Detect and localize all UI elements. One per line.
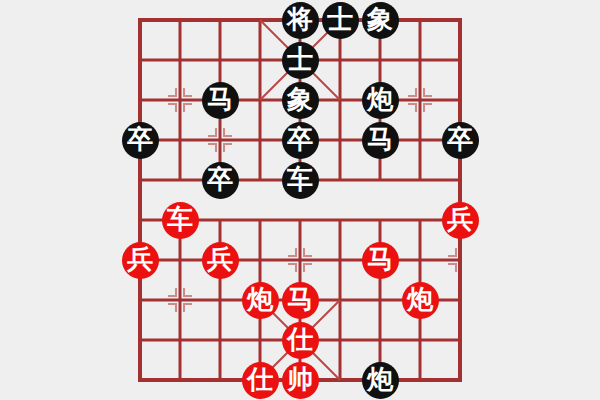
star-point-marker (224, 128, 232, 136)
piece-black-cannon[interactable]: 炮 (362, 82, 399, 119)
star-point-marker (184, 104, 192, 112)
star-point-marker (184, 288, 192, 296)
piece-red-cannon[interactable]: 炮 (402, 282, 439, 319)
piece-red-horse[interactable]: 马 (362, 242, 399, 279)
piece-black-cannon[interactable]: 炮 (362, 362, 399, 399)
piece-black-general[interactable]: 将 (282, 2, 319, 39)
piece-red-soldier[interactable]: 兵 (202, 242, 239, 279)
piece-red-king[interactable]: 帅 (282, 362, 319, 399)
star-point-marker (424, 104, 432, 112)
star-point-marker (408, 104, 416, 112)
star-point-marker (288, 248, 296, 256)
piece-black-soldier[interactable]: 卒 (202, 162, 239, 199)
piece-black-soldier[interactable]: 卒 (442, 122, 479, 159)
piece-black-advisor[interactable]: 士 (322, 2, 359, 39)
piece-red-soldier[interactable]: 兵 (442, 202, 479, 239)
piece-red-cannon[interactable]: 炮 (242, 282, 279, 319)
star-point-marker (448, 264, 456, 272)
piece-black-soldier[interactable]: 卒 (122, 122, 159, 159)
piece-red-advisor[interactable]: 仕 (282, 322, 319, 359)
piece-black-horse[interactable]: 马 (202, 82, 239, 119)
piece-red-advisor[interactable]: 仕 (242, 362, 279, 399)
star-point-marker (168, 88, 176, 96)
star-point-marker (168, 104, 176, 112)
piece-red-horse[interactable]: 马 (282, 282, 319, 319)
piece-black-elephant[interactable]: 象 (282, 82, 319, 119)
piece-black-horse[interactable]: 马 (362, 122, 399, 159)
star-point-marker (408, 88, 416, 96)
star-point-marker (424, 88, 432, 96)
piece-black-elephant[interactable]: 象 (362, 2, 399, 39)
piece-black-chariot[interactable]: 车 (282, 162, 319, 199)
star-point-marker (168, 304, 176, 312)
piece-black-soldier[interactable]: 卒 (282, 122, 319, 159)
star-point-marker (168, 288, 176, 296)
piece-red-chariot[interactable]: 车 (162, 202, 199, 239)
star-point-marker (184, 88, 192, 96)
star-point-marker (448, 248, 456, 256)
star-point-marker (184, 304, 192, 312)
star-point-marker (208, 144, 216, 152)
star-point-marker (208, 128, 216, 136)
star-point-marker (288, 264, 296, 272)
xiangqi-board: 将士象士马象炮卒卒马卒卒车车兵兵兵马炮马炮仕仕帅炮 (0, 0, 600, 400)
star-point-marker (304, 264, 312, 272)
piece-red-soldier[interactable]: 兵 (122, 242, 159, 279)
piece-black-advisor[interactable]: 士 (282, 42, 319, 79)
star-point-marker (304, 248, 312, 256)
star-point-marker (224, 144, 232, 152)
